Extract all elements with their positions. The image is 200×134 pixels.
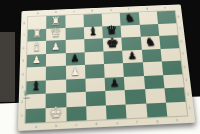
- file-label-top-f: f: [128, 8, 129, 11]
- pawn-glyph: ♟: [110, 79, 120, 90]
- king-glyph: ♚: [49, 105, 62, 120]
- king-glyph: ♚: [106, 36, 119, 50]
- square-h5[interactable]: [160, 48, 180, 62]
- pawn-glyph: ♟: [32, 56, 41, 66]
- square-c1[interactable]: [66, 106, 86, 121]
- black-pawn-e3[interactable]: ♟: [103, 71, 126, 91]
- square-b4[interactable]: [46, 66, 66, 80]
- square-e1[interactable]: [106, 104, 127, 119]
- square-f2[interactable]: [125, 89, 146, 104]
- pawn-glyph: ♟: [128, 51, 138, 61]
- square-c2[interactable]: [66, 92, 86, 107]
- square-h7[interactable]: [158, 23, 178, 36]
- file-label-bottom-e: e: [116, 121, 118, 125]
- file-label-bottom-f: f: [136, 120, 137, 124]
- pieces-layer: ♜♞♜♛♝♛♝♟♚♞♟♟♟♟♝♟♚: [22, 4, 181, 11]
- rank-label-left-7: 7: [23, 34, 25, 37]
- square-g2[interactable]: [145, 88, 166, 103]
- square-g3[interactable]: [143, 75, 164, 89]
- file-label-bottom-g: g: [156, 119, 158, 123]
- square-d3[interactable]: [85, 77, 105, 92]
- square-c7[interactable]: [65, 27, 84, 40]
- board-coordinates: aabbccddeeffgghh8877665544332211: [22, 4, 181, 11]
- rank-label-right-2: 2: [187, 92, 189, 95]
- file-label-top-h: h: [164, 6, 166, 9]
- rank-label-right-6: 6: [180, 40, 182, 43]
- rank-label-left-6: 6: [23, 47, 25, 50]
- square-b3[interactable]: [46, 79, 66, 94]
- chess-board: ♛ ♜♞♜♛♝♛♝♟♚♞♟♟♟♟♝♟♚ aabbccddeeffgghh8877…: [18, 4, 196, 131]
- file-label-bottom-d: d: [96, 122, 98, 126]
- white-pawn-a5[interactable]: ♟: [25, 49, 47, 68]
- pawn-glyph: ♟: [51, 42, 60, 52]
- background-object: [0, 32, 15, 102]
- bishop-glyph: ♝: [31, 80, 42, 93]
- rank-label-left-4: 4: [22, 73, 24, 76]
- file-label-top-d: d: [92, 9, 94, 12]
- square-d4[interactable]: [85, 64, 105, 78]
- rank-label-left-5: 5: [22, 59, 24, 62]
- rank-label-left-1: 1: [21, 114, 23, 118]
- rank-label-left-3: 3: [21, 86, 23, 89]
- white-pawn-c4[interactable]: ♟: [64, 60, 86, 80]
- file-label-bottom-h: h: [177, 118, 180, 122]
- photo-scene: ♛ ♜♞♜♛♝♛♝♟♚♞♟♟♟♟♝♟♚ aabbccddeeffgghh8877…: [0, 0, 200, 134]
- bishop-glyph: ♝: [88, 26, 99, 37]
- square-f4[interactable]: [123, 62, 143, 76]
- square-c3[interactable]: [66, 78, 86, 93]
- file-label-top-b: b: [55, 11, 57, 14]
- square-h4[interactable]: [162, 61, 183, 75]
- file-label-bottom-c: c: [75, 123, 77, 127]
- square-e2[interactable]: [105, 90, 126, 105]
- rank-label-left-8: 8: [23, 22, 25, 25]
- square-g4[interactable]: [142, 61, 162, 75]
- file-label-bottom-a: a: [35, 125, 37, 129]
- square-h1[interactable]: [166, 101, 188, 116]
- rank-label-left-2: 2: [21, 100, 23, 103]
- square-g8[interactable]: [138, 12, 157, 25]
- square-g1[interactable]: [146, 102, 167, 117]
- square-a1[interactable]: [25, 108, 45, 123]
- square-h8[interactable]: [157, 11, 177, 24]
- square-h6[interactable]: [159, 35, 179, 48]
- square-d6[interactable]: [84, 38, 103, 52]
- pawn-glyph: ♟: [71, 67, 80, 77]
- rank-label-right-3: 3: [185, 79, 187, 82]
- knight-glyph: ♞: [144, 36, 156, 48]
- square-b5[interactable]: [46, 53, 65, 67]
- square-h2[interactable]: [164, 87, 185, 102]
- file-label-top-a: a: [37, 12, 39, 15]
- square-f7[interactable]: [121, 24, 141, 37]
- square-d5[interactable]: [84, 51, 104, 65]
- square-g5[interactable]: [141, 49, 161, 63]
- file-label-top-c: c: [73, 10, 75, 13]
- file-label-bottom-b: b: [55, 124, 57, 128]
- white-king-b1[interactable]: ♚: [44, 101, 67, 122]
- rank-label-right-7: 7: [179, 27, 181, 30]
- rank-label-right-1: 1: [188, 106, 191, 109]
- square-h3[interactable]: [163, 74, 184, 88]
- rank-label-right-4: 4: [184, 65, 186, 68]
- knight-glyph: ♞: [124, 12, 135, 23]
- rank-label-right-5: 5: [182, 52, 184, 55]
- square-f3[interactable]: [124, 76, 145, 90]
- black-pawn-f5[interactable]: ♟: [121, 45, 144, 64]
- square-f1[interactable]: [126, 103, 147, 118]
- square-c8[interactable]: [65, 15, 84, 28]
- file-label-top-e: e: [110, 9, 112, 12]
- square-d2[interactable]: [86, 91, 106, 106]
- black-bishop-a3[interactable]: ♝: [25, 75, 48, 95]
- square-d1[interactable]: [86, 105, 107, 120]
- rank-label-right-8: 8: [177, 15, 179, 18]
- file-label-top-g: g: [146, 7, 148, 10]
